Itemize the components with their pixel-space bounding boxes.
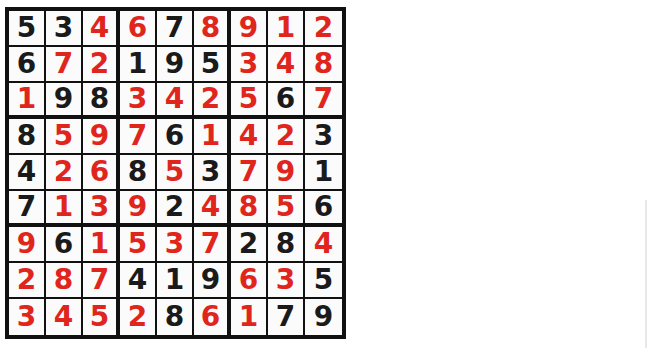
- sudoku-cell-r1c4[interactable]: 6: [120, 11, 157, 47]
- sudoku-cell-r6c4[interactable]: 9: [120, 191, 157, 227]
- sudoku-cell-r1c9[interactable]: 2: [305, 11, 342, 47]
- sudoku-cell-r7c7[interactable]: 2: [231, 227, 268, 263]
- sudoku-cell-r5c4[interactable]: 8: [120, 155, 157, 191]
- sudoku-cell-r7c1[interactable]: 9: [9, 227, 46, 263]
- sudoku-cell-r3c1[interactable]: 1: [9, 83, 46, 119]
- sudoku-board: 5346789126721953481983425678597614234268…: [5, 7, 346, 339]
- sudoku-cell-r3c8[interactable]: 6: [268, 83, 305, 119]
- sudoku-cell-r9c8[interactable]: 7: [268, 299, 305, 335]
- sudoku-cell-r2c1[interactable]: 6: [9, 47, 46, 83]
- faint-page-edge-line: [645, 200, 647, 348]
- sudoku-cell-r3c2[interactable]: 9: [46, 83, 83, 119]
- sudoku-cell-r9c2[interactable]: 4: [46, 299, 83, 335]
- sudoku-cell-r5c6[interactable]: 3: [194, 155, 231, 191]
- sudoku-cell-r6c8[interactable]: 5: [268, 191, 305, 227]
- sudoku-cell-r4c7[interactable]: 4: [231, 119, 268, 155]
- sudoku-cell-r1c3[interactable]: 4: [83, 11, 120, 47]
- sudoku-cell-r7c9[interactable]: 4: [305, 227, 342, 263]
- sudoku-cell-r2c3[interactable]: 2: [83, 47, 120, 83]
- sudoku-cell-r4c5[interactable]: 6: [157, 119, 194, 155]
- sudoku-cell-r3c3[interactable]: 8: [83, 83, 120, 119]
- sudoku-cell-r1c8[interactable]: 1: [268, 11, 305, 47]
- sudoku-cell-r7c3[interactable]: 1: [83, 227, 120, 263]
- sudoku-cell-r8c6[interactable]: 9: [194, 263, 231, 299]
- sudoku-cell-r7c4[interactable]: 5: [120, 227, 157, 263]
- sudoku-cell-r7c2[interactable]: 6: [46, 227, 83, 263]
- sudoku-cell-r9c1[interactable]: 3: [9, 299, 46, 335]
- sudoku-cell-r5c7[interactable]: 7: [231, 155, 268, 191]
- sudoku-cell-r1c7[interactable]: 9: [231, 11, 268, 47]
- sudoku-cell-r6c3[interactable]: 3: [83, 191, 120, 227]
- sudoku-cell-r6c2[interactable]: 1: [46, 191, 83, 227]
- sudoku-cell-r8c3[interactable]: 7: [83, 263, 120, 299]
- sudoku-cell-r5c2[interactable]: 2: [46, 155, 83, 191]
- sudoku-cell-r2c9[interactable]: 8: [305, 47, 342, 83]
- sudoku-cell-r8c4[interactable]: 4: [120, 263, 157, 299]
- sudoku-cell-r4c9[interactable]: 3: [305, 119, 342, 155]
- sudoku-cell-r6c6[interactable]: 4: [194, 191, 231, 227]
- sudoku-cell-r5c1[interactable]: 4: [9, 155, 46, 191]
- sudoku-cell-r3c7[interactable]: 5: [231, 83, 268, 119]
- sudoku-cell-r2c4[interactable]: 1: [120, 47, 157, 83]
- sudoku-cell-r2c5[interactable]: 9: [157, 47, 194, 83]
- sudoku-cell-r7c6[interactable]: 7: [194, 227, 231, 263]
- sudoku-cell-r2c2[interactable]: 7: [46, 47, 83, 83]
- sudoku-cell-r8c8[interactable]: 3: [268, 263, 305, 299]
- sudoku-cell-r4c4[interactable]: 7: [120, 119, 157, 155]
- sudoku-cell-r4c2[interactable]: 5: [46, 119, 83, 155]
- sudoku-cell-r3c5[interactable]: 4: [157, 83, 194, 119]
- sudoku-cell-r1c1[interactable]: 5: [9, 11, 46, 47]
- sudoku-cell-r3c4[interactable]: 3: [120, 83, 157, 119]
- sudoku-cell-r6c7[interactable]: 8: [231, 191, 268, 227]
- sudoku-cell-r4c3[interactable]: 9: [83, 119, 120, 155]
- sudoku-cell-r8c2[interactable]: 8: [46, 263, 83, 299]
- sudoku-cell-r8c7[interactable]: 6: [231, 263, 268, 299]
- sudoku-cell-r9c3[interactable]: 5: [83, 299, 120, 335]
- sudoku-cell-r2c8[interactable]: 4: [268, 47, 305, 83]
- sudoku-cell-r9c6[interactable]: 6: [194, 299, 231, 335]
- sudoku-cell-r4c6[interactable]: 1: [194, 119, 231, 155]
- sudoku-cell-r9c9[interactable]: 9: [305, 299, 342, 335]
- sudoku-cell-r1c6[interactable]: 8: [194, 11, 231, 47]
- sudoku-cell-r5c3[interactable]: 6: [83, 155, 120, 191]
- sudoku-cell-r8c9[interactable]: 5: [305, 263, 342, 299]
- sudoku-cell-r6c5[interactable]: 2: [157, 191, 194, 227]
- sudoku-cell-r5c9[interactable]: 1: [305, 155, 342, 191]
- sudoku-cell-r9c7[interactable]: 1: [231, 299, 268, 335]
- sudoku-cell-r3c6[interactable]: 2: [194, 83, 231, 119]
- page: 5346789126721953481983425678597614234268…: [0, 0, 650, 348]
- sudoku-cell-r7c8[interactable]: 8: [268, 227, 305, 263]
- sudoku-cell-r4c8[interactable]: 2: [268, 119, 305, 155]
- sudoku-cell-r5c8[interactable]: 9: [268, 155, 305, 191]
- sudoku-cell-r6c9[interactable]: 6: [305, 191, 342, 227]
- sudoku-cell-r3c9[interactable]: 7: [305, 83, 342, 119]
- sudoku-cell-r9c4[interactable]: 2: [120, 299, 157, 335]
- sudoku-cell-r9c5[interactable]: 8: [157, 299, 194, 335]
- sudoku-cell-r2c6[interactable]: 5: [194, 47, 231, 83]
- sudoku-cell-r7c5[interactable]: 3: [157, 227, 194, 263]
- sudoku-cell-r1c5[interactable]: 7: [157, 11, 194, 47]
- sudoku-cell-r6c1[interactable]: 7: [9, 191, 46, 227]
- sudoku-cell-r2c7[interactable]: 3: [231, 47, 268, 83]
- sudoku-cell-r8c5[interactable]: 1: [157, 263, 194, 299]
- sudoku-cell-r4c1[interactable]: 8: [9, 119, 46, 155]
- sudoku-cell-r5c5[interactable]: 5: [157, 155, 194, 191]
- sudoku-cell-r8c1[interactable]: 2: [9, 263, 46, 299]
- sudoku-cell-r1c2[interactable]: 3: [46, 11, 83, 47]
